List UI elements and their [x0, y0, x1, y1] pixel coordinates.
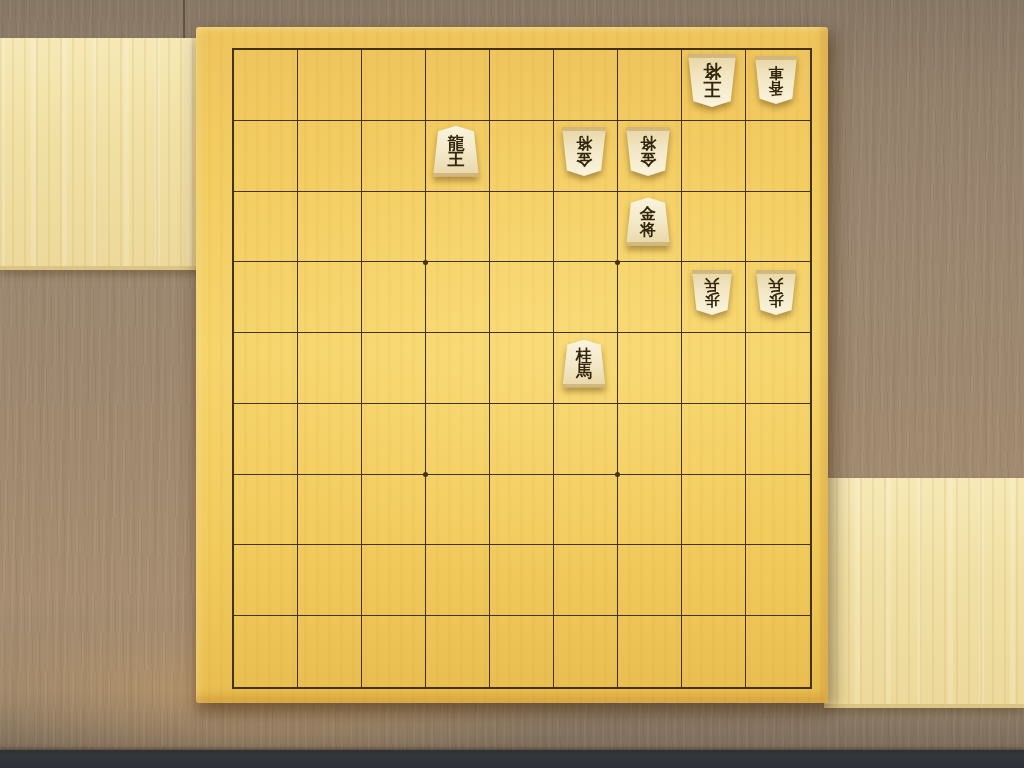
- piece-lance[interactable]: 香車: [755, 56, 797, 104]
- board-square[interactable]: [298, 50, 362, 121]
- board-square[interactable]: [490, 333, 554, 404]
- board-square[interactable]: [618, 616, 682, 687]
- board-square[interactable]: [426, 50, 490, 121]
- board-square[interactable]: [362, 545, 426, 616]
- wood-plank-right: [824, 478, 1024, 708]
- board-square[interactable]: [682, 616, 746, 687]
- board-square[interactable]: [426, 616, 490, 687]
- board-square[interactable]: [554, 404, 618, 475]
- piece-gold[interactable]: 金将: [626, 197, 670, 246]
- board-square[interactable]: [234, 262, 298, 333]
- board-square[interactable]: [746, 121, 810, 192]
- board-square[interactable]: [426, 262, 490, 333]
- board-square[interactable]: [234, 333, 298, 404]
- koma-kanji: 馬: [576, 364, 592, 380]
- board-square[interactable]: [234, 192, 298, 263]
- board-square[interactable]: [746, 333, 810, 404]
- board-square[interactable]: [490, 545, 554, 616]
- board-square[interactable]: [234, 121, 298, 192]
- board-square[interactable]: [746, 616, 810, 687]
- board-square[interactable]: [490, 262, 554, 333]
- board-square[interactable]: [554, 192, 618, 263]
- board-square[interactable]: [746, 475, 810, 546]
- koma-kanji: 将: [640, 136, 656, 152]
- koma-kanji: 歩: [705, 293, 720, 308]
- koma-kanji: 将: [703, 63, 721, 81]
- board-square[interactable]: [618, 333, 682, 404]
- board-square[interactable]: [298, 333, 362, 404]
- koma-kanji: 王: [448, 151, 465, 168]
- board-square[interactable]: [490, 192, 554, 263]
- board-square[interactable]: [618, 545, 682, 616]
- piece-knight[interactable]: 桂馬: [563, 340, 606, 388]
- board-square[interactable]: [682, 404, 746, 475]
- board-square[interactable]: [362, 192, 426, 263]
- board-square[interactable]: [682, 121, 746, 192]
- board-square[interactable]: [554, 50, 618, 121]
- shogi-board: 王将香車龍王金将金将金将歩兵歩兵桂馬: [196, 27, 828, 703]
- koma-kanji: 香: [769, 80, 784, 95]
- board-square[interactable]: [234, 475, 298, 546]
- board-square[interactable]: [682, 545, 746, 616]
- board-square[interactable]: [362, 475, 426, 546]
- wood-plank-left: [0, 38, 213, 270]
- board-square[interactable]: [426, 545, 490, 616]
- board-square[interactable]: [618, 262, 682, 333]
- board-square[interactable]: [362, 616, 426, 687]
- board-square[interactable]: [490, 121, 554, 192]
- board-square[interactable]: [618, 475, 682, 546]
- board-square[interactable]: [362, 121, 426, 192]
- piece-pawn[interactable]: 歩兵: [692, 270, 732, 315]
- board-square[interactable]: [362, 333, 426, 404]
- board-square[interactable]: [426, 333, 490, 404]
- board-square[interactable]: [298, 121, 362, 192]
- board-square[interactable]: [682, 192, 746, 263]
- board-square[interactable]: [490, 404, 554, 475]
- koma-kanji: 将: [576, 136, 592, 152]
- board-square[interactable]: [618, 50, 682, 121]
- koma-kanji: 金: [576, 151, 592, 167]
- board-square[interactable]: [746, 192, 810, 263]
- koma-kanji: 金: [640, 151, 656, 167]
- piece-pawn[interactable]: 歩兵: [756, 270, 796, 315]
- koma-kanji: 王: [703, 80, 721, 98]
- board-square[interactable]: [234, 545, 298, 616]
- board-square[interactable]: [682, 333, 746, 404]
- koma-kanji: 将: [640, 222, 656, 238]
- board-square[interactable]: [298, 192, 362, 263]
- board-square[interactable]: [426, 475, 490, 546]
- board-square[interactable]: [234, 616, 298, 687]
- board-square[interactable]: [426, 404, 490, 475]
- board-square[interactable]: [554, 475, 618, 546]
- board-square[interactable]: [746, 545, 810, 616]
- board-square[interactable]: [298, 545, 362, 616]
- board-square[interactable]: [234, 404, 298, 475]
- board-square[interactable]: [362, 50, 426, 121]
- board-square[interactable]: [490, 50, 554, 121]
- board-square[interactable]: [618, 404, 682, 475]
- koma-kanji: 車: [769, 66, 784, 81]
- board-square[interactable]: [362, 262, 426, 333]
- board-square[interactable]: [682, 475, 746, 546]
- board-square[interactable]: [746, 404, 810, 475]
- board-square[interactable]: [234, 50, 298, 121]
- piece-gold[interactable]: 金将: [626, 127, 670, 176]
- piece-promoted-rook[interactable]: 龍王: [433, 126, 479, 177]
- piece-gold[interactable]: 金将: [562, 127, 606, 176]
- board-square[interactable]: [490, 475, 554, 546]
- board-square[interactable]: [298, 475, 362, 546]
- piece-king[interactable]: 王将: [688, 54, 736, 107]
- board-square[interactable]: [298, 616, 362, 687]
- board-square[interactable]: [554, 545, 618, 616]
- board-square[interactable]: [490, 616, 554, 687]
- board-square[interactable]: [554, 262, 618, 333]
- table-front-edge: [0, 750, 1024, 768]
- koma-kanji: 歩: [769, 293, 784, 308]
- board-square[interactable]: [298, 404, 362, 475]
- board-square[interactable]: [426, 192, 490, 263]
- board-grid: [232, 48, 812, 689]
- photo-scene: 王将香車龍王金将金将金将歩兵歩兵桂馬: [0, 0, 1024, 768]
- board-square[interactable]: [362, 404, 426, 475]
- board-square[interactable]: [554, 616, 618, 687]
- koma-kanji: 兵: [705, 278, 720, 293]
- koma-kanji: 兵: [769, 278, 784, 293]
- board-square[interactable]: [298, 262, 362, 333]
- table-plank-seam: [183, 0, 185, 40]
